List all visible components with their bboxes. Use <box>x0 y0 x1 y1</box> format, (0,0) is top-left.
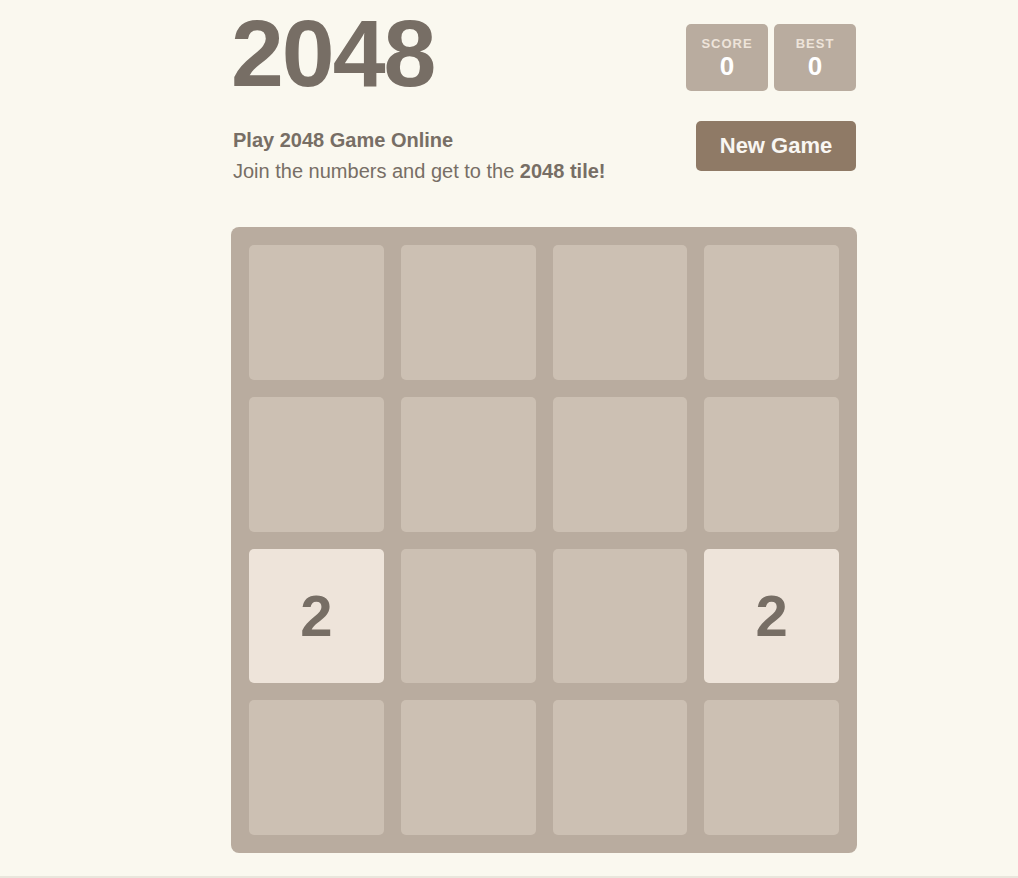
empty-cell-r1c3 <box>704 397 839 532</box>
empty-cell-r1c2 <box>553 397 688 532</box>
intro-heading: Play 2048 Game Online <box>233 125 605 156</box>
empty-cell-r3c3 <box>704 700 839 835</box>
tile-2-r2c3: 2 <box>704 549 839 684</box>
page-title: 2048 <box>231 6 434 101</box>
best-box: BEST 0 <box>774 24 856 91</box>
empty-cell-r3c0 <box>249 700 384 835</box>
empty-cell-r3c1 <box>401 700 536 835</box>
page: 2048 SCORE 0 BEST 0 Play 2048 Game Onlin… <box>0 0 1018 878</box>
tile-value: 2 <box>755 587 787 645</box>
score-label: SCORE <box>701 36 752 51</box>
score-box: SCORE 0 <box>686 24 768 91</box>
empty-cell-r0c2 <box>553 245 688 380</box>
empty-cell-r0c1 <box>401 245 536 380</box>
empty-cell-r2c2 <box>553 549 688 684</box>
empty-cell-r2c1 <box>401 549 536 684</box>
score-value: 0 <box>720 51 734 81</box>
intro-tagline-goal: 2048 tile! <box>520 160 606 182</box>
empty-cell-r1c0 <box>249 397 384 532</box>
tile-2-r2c0: 2 <box>249 549 384 684</box>
game-board[interactable]: 22 <box>231 227 857 853</box>
empty-cell-r0c3 <box>704 245 839 380</box>
intro-tagline: Join the numbers and get to the 2048 til… <box>233 156 605 187</box>
empty-cell-r0c0 <box>249 245 384 380</box>
tile-value: 2 <box>300 587 332 645</box>
empty-cell-r3c2 <box>553 700 688 835</box>
best-label: BEST <box>796 36 835 51</box>
score-panel: SCORE 0 BEST 0 <box>686 24 856 91</box>
best-value: 0 <box>808 51 822 81</box>
empty-cell-r1c1 <box>401 397 536 532</box>
new-game-button[interactable]: New Game <box>696 121 856 171</box>
intro-tagline-prefix: Join the numbers and get to the <box>233 160 520 182</box>
intro-text: Play 2048 Game Online Join the numbers a… <box>233 125 605 187</box>
